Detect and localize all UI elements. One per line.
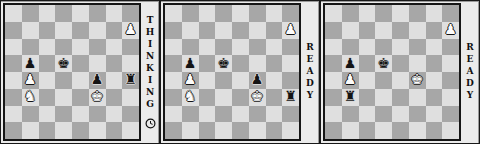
- square-g6[interactable]: [426, 39, 443, 56]
- white-pawn-piece: ♟: [184, 72, 197, 86]
- square-a2[interactable]: [325, 106, 342, 123]
- square-a7[interactable]: [165, 22, 182, 39]
- chess-board-3: ♟♟♚♟♚♜: [323, 3, 461, 141]
- square-c5[interactable]: [199, 55, 216, 72]
- square-h7[interactable]: ♟: [122, 22, 139, 39]
- square-a8[interactable]: [165, 5, 182, 22]
- square-b6[interactable]: [22, 39, 39, 56]
- square-c4[interactable]: [199, 72, 216, 89]
- square-a3[interactable]: [5, 89, 22, 106]
- square-a5[interactable]: [165, 55, 182, 72]
- black-pawn-piece: ♟: [91, 72, 104, 86]
- square-e7[interactable]: [392, 22, 409, 39]
- square-d8[interactable]: [375, 5, 392, 22]
- square-b7[interactable]: [22, 22, 39, 39]
- square-e4[interactable]: [232, 72, 249, 89]
- square-b2[interactable]: [22, 106, 39, 123]
- white-pawn-piece: ♟: [284, 22, 297, 36]
- square-g3[interactable]: [266, 89, 283, 106]
- square-f7[interactable]: [89, 22, 106, 39]
- status-strip-1: THINKING: [141, 1, 159, 143]
- square-f8[interactable]: [89, 5, 106, 22]
- square-d7[interactable]: [55, 22, 72, 39]
- square-e8[interactable]: [232, 5, 249, 22]
- square-g1[interactable]: [106, 122, 123, 139]
- square-g8[interactable]: [106, 5, 123, 22]
- square-g1[interactable]: [266, 122, 283, 139]
- square-c6[interactable]: [199, 39, 216, 56]
- square-g5[interactable]: [426, 55, 443, 72]
- square-b2[interactable]: [182, 106, 199, 123]
- square-e4[interactable]: [72, 72, 89, 89]
- status-label-1: THINKING: [145, 15, 155, 111]
- white-knight-piece: ♞: [184, 89, 197, 103]
- square-a4[interactable]: [5, 72, 22, 89]
- square-d5[interactable]: ♚: [215, 55, 232, 72]
- square-d3[interactable]: [55, 89, 72, 106]
- square-g7[interactable]: [106, 22, 123, 39]
- square-c3[interactable]: [359, 89, 376, 106]
- square-g6[interactable]: [266, 39, 283, 56]
- square-h2[interactable]: [442, 106, 459, 123]
- square-f4[interactable]: ♟: [89, 72, 106, 89]
- square-g7[interactable]: [426, 22, 443, 39]
- square-c8[interactable]: [359, 5, 376, 22]
- square-b4[interactable]: ♟: [342, 72, 359, 89]
- square-e2[interactable]: [72, 106, 89, 123]
- square-a6[interactable]: [325, 39, 342, 56]
- square-h3[interactable]: ♜: [282, 89, 299, 106]
- square-f1[interactable]: [409, 122, 426, 139]
- square-h6[interactable]: [282, 39, 299, 56]
- square-b6[interactable]: [342, 39, 359, 56]
- square-a3[interactable]: [165, 89, 182, 106]
- square-c3[interactable]: [199, 89, 216, 106]
- square-e6[interactable]: [72, 39, 89, 56]
- square-h3[interactable]: [122, 89, 139, 106]
- black-pawn-piece: ♟: [24, 56, 37, 70]
- black-rook-piece: ♜: [344, 89, 357, 103]
- square-h2[interactable]: [122, 106, 139, 123]
- square-d7[interactable]: [215, 22, 232, 39]
- square-g3[interactable]: [426, 89, 443, 106]
- square-d8[interactable]: [215, 5, 232, 22]
- square-g2[interactable]: [106, 106, 123, 123]
- square-c1[interactable]: [39, 122, 56, 139]
- square-f6[interactable]: [89, 39, 106, 56]
- square-b1[interactable]: [342, 122, 359, 139]
- square-c3[interactable]: [39, 89, 56, 106]
- square-d2[interactable]: [375, 106, 392, 123]
- square-g4[interactable]: [266, 72, 283, 89]
- square-f1[interactable]: [249, 122, 266, 139]
- square-d1[interactable]: [375, 122, 392, 139]
- square-h8[interactable]: [122, 5, 139, 22]
- square-b5[interactable]: ♟: [182, 55, 199, 72]
- square-f4[interactable]: ♟: [249, 72, 266, 89]
- square-a7[interactable]: [325, 22, 342, 39]
- square-d2[interactable]: [215, 106, 232, 123]
- square-c4[interactable]: [39, 72, 56, 89]
- square-g2[interactable]: [426, 106, 443, 123]
- square-d5[interactable]: ♚: [375, 55, 392, 72]
- black-pawn-piece: ♟: [184, 56, 197, 70]
- square-g4[interactable]: [106, 72, 123, 89]
- square-a2[interactable]: [165, 106, 182, 123]
- square-d6[interactable]: [55, 39, 72, 56]
- square-e5[interactable]: [232, 55, 249, 72]
- square-e7[interactable]: [72, 22, 89, 39]
- square-b5[interactable]: ♟: [342, 55, 359, 72]
- square-e5[interactable]: [72, 55, 89, 72]
- square-b1[interactable]: [182, 122, 199, 139]
- square-h6[interactable]: [442, 39, 459, 56]
- square-d2[interactable]: [55, 106, 72, 123]
- square-b4[interactable]: ♟: [22, 72, 39, 89]
- square-b8[interactable]: [182, 5, 199, 22]
- square-g5[interactable]: [106, 55, 123, 72]
- square-e3[interactable]: [232, 89, 249, 106]
- square-h4[interactable]: ♜: [122, 72, 139, 89]
- square-h5[interactable]: [282, 55, 299, 72]
- square-b1[interactable]: [22, 122, 39, 139]
- square-h4[interactable]: [442, 72, 459, 89]
- square-e2[interactable]: [232, 106, 249, 123]
- square-c2[interactable]: [39, 106, 56, 123]
- square-c8[interactable]: [199, 5, 216, 22]
- square-f5[interactable]: [89, 55, 106, 72]
- status-strip-3: READY: [461, 1, 479, 143]
- square-h3[interactable]: [442, 89, 459, 106]
- square-f6[interactable]: [249, 39, 266, 56]
- black-king-piece: ♚: [57, 56, 70, 70]
- square-b8[interactable]: [342, 5, 359, 22]
- square-f5[interactable]: [249, 55, 266, 72]
- status-label-2: READY: [305, 42, 315, 102]
- square-f4[interactable]: ♚: [409, 72, 426, 89]
- square-c6[interactable]: [39, 39, 56, 56]
- square-b3[interactable]: ♜: [342, 89, 359, 106]
- square-a8[interactable]: [5, 5, 22, 22]
- square-a2[interactable]: [5, 106, 22, 123]
- white-pawn-piece: ♟: [24, 72, 37, 86]
- square-h5[interactable]: [442, 55, 459, 72]
- square-d3[interactable]: [375, 89, 392, 106]
- chess-board-2: ♟♟♚♟♟♞♚♜: [163, 3, 301, 141]
- square-g5[interactable]: [266, 55, 283, 72]
- white-pawn-piece: ♟: [444, 22, 457, 36]
- chess-board-1: ♟♟♚♟♟♜♞♚: [3, 3, 141, 141]
- square-h7[interactable]: ♟: [282, 22, 299, 39]
- square-f2[interactable]: [409, 106, 426, 123]
- square-b5[interactable]: ♟: [22, 55, 39, 72]
- square-e3[interactable]: [72, 89, 89, 106]
- black-pawn-piece: ♟: [251, 72, 264, 86]
- square-c5[interactable]: [39, 55, 56, 72]
- black-pawn-piece: ♟: [344, 56, 357, 70]
- board-grid-2: ♟♟♚♟♟♞♚♜: [165, 5, 299, 139]
- square-f8[interactable]: [409, 5, 426, 22]
- square-d6[interactable]: [375, 39, 392, 56]
- status-label-3: READY: [465, 42, 475, 102]
- square-b6[interactable]: [182, 39, 199, 56]
- square-e2[interactable]: [392, 106, 409, 123]
- board-grid-1: ♟♟♚♟♟♜♞♚: [5, 5, 139, 139]
- square-c7[interactable]: [39, 22, 56, 39]
- square-f2[interactable]: [249, 106, 266, 123]
- square-g8[interactable]: [266, 5, 283, 22]
- chess-window-3: ♟♟♚♟♚♜ READY: [320, 0, 480, 144]
- square-g4[interactable]: [426, 72, 443, 89]
- square-c2[interactable]: [359, 106, 376, 123]
- square-a4[interactable]: [325, 72, 342, 89]
- square-a3[interactable]: [325, 89, 342, 106]
- square-h2[interactable]: [282, 106, 299, 123]
- square-b3[interactable]: ♞: [182, 89, 199, 106]
- square-c4[interactable]: [359, 72, 376, 89]
- square-e5[interactable]: [392, 55, 409, 72]
- black-rook-piece: ♜: [284, 89, 297, 103]
- square-h4[interactable]: [282, 72, 299, 89]
- square-d8[interactable]: [55, 5, 72, 22]
- square-c1[interactable]: [199, 122, 216, 139]
- square-c1[interactable]: [359, 122, 376, 139]
- square-d4[interactable]: [55, 72, 72, 89]
- status-strip-2: READY: [301, 1, 319, 143]
- square-e6[interactable]: [232, 39, 249, 56]
- square-b8[interactable]: [22, 5, 39, 22]
- square-h8[interactable]: [442, 5, 459, 22]
- square-c7[interactable]: [199, 22, 216, 39]
- square-d4[interactable]: [215, 72, 232, 89]
- square-c6[interactable]: [359, 39, 376, 56]
- square-f8[interactable]: [249, 5, 266, 22]
- white-king-piece: ♚: [411, 72, 424, 86]
- black-king-piece: ♚: [377, 56, 390, 70]
- square-a1[interactable]: [325, 122, 342, 139]
- square-h6[interactable]: [122, 39, 139, 56]
- square-g8[interactable]: [426, 5, 443, 22]
- black-king-piece: ♚: [217, 56, 230, 70]
- square-a7[interactable]: [5, 22, 22, 39]
- square-h1[interactable]: [282, 122, 299, 139]
- square-e6[interactable]: [392, 39, 409, 56]
- black-rook-piece: ♜: [124, 72, 137, 86]
- square-f1[interactable]: [89, 122, 106, 139]
- square-a1[interactable]: [5, 122, 22, 139]
- square-b3[interactable]: ♞: [22, 89, 39, 106]
- square-c7[interactable]: [359, 22, 376, 39]
- square-a5[interactable]: [325, 55, 342, 72]
- white-pawn-piece: ♟: [344, 72, 357, 86]
- square-f6[interactable]: [409, 39, 426, 56]
- square-c2[interactable]: [199, 106, 216, 123]
- square-f7[interactable]: [409, 22, 426, 39]
- square-f2[interactable]: [89, 106, 106, 123]
- square-d6[interactable]: [215, 39, 232, 56]
- clock-icon: [145, 118, 156, 129]
- square-e4[interactable]: [392, 72, 409, 89]
- chess-window-2: ♟♟♚♟♟♞♚♜ READY: [160, 0, 320, 144]
- square-b4[interactable]: ♟: [182, 72, 199, 89]
- square-e7[interactable]: [232, 22, 249, 39]
- square-d5[interactable]: ♚: [55, 55, 72, 72]
- square-g3[interactable]: [106, 89, 123, 106]
- square-e8[interactable]: [72, 5, 89, 22]
- square-f3[interactable]: [409, 89, 426, 106]
- square-e8[interactable]: [392, 5, 409, 22]
- board-grid-3: ♟♟♚♟♚♜: [325, 5, 459, 139]
- square-g1[interactable]: [426, 122, 443, 139]
- square-e1[interactable]: [72, 122, 89, 139]
- square-a6[interactable]: [5, 39, 22, 56]
- square-a6[interactable]: [165, 39, 182, 56]
- square-c5[interactable]: [359, 55, 376, 72]
- square-g2[interactable]: [266, 106, 283, 123]
- square-b2[interactable]: [342, 106, 359, 123]
- square-f3[interactable]: ♚: [249, 89, 266, 106]
- square-d3[interactable]: [215, 89, 232, 106]
- square-d1[interactable]: [215, 122, 232, 139]
- square-d7[interactable]: [375, 22, 392, 39]
- square-a1[interactable]: [165, 122, 182, 139]
- white-king-piece: ♚: [91, 89, 104, 103]
- square-e1[interactable]: [392, 122, 409, 139]
- white-king-piece: ♚: [251, 89, 264, 103]
- square-h5[interactable]: [122, 55, 139, 72]
- square-h8[interactable]: [282, 5, 299, 22]
- square-h7[interactable]: ♟: [442, 22, 459, 39]
- square-d4[interactable]: [375, 72, 392, 89]
- square-g6[interactable]: [106, 39, 123, 56]
- square-f7[interactable]: [249, 22, 266, 39]
- square-b7[interactable]: [182, 22, 199, 39]
- square-h1[interactable]: [122, 122, 139, 139]
- square-c8[interactable]: [39, 5, 56, 22]
- square-f5[interactable]: [409, 55, 426, 72]
- square-h1[interactable]: [442, 122, 459, 139]
- square-a4[interactable]: [165, 72, 182, 89]
- square-d1[interactable]: [55, 122, 72, 139]
- square-a5[interactable]: [5, 55, 22, 72]
- square-e3[interactable]: [392, 89, 409, 106]
- square-a8[interactable]: [325, 5, 342, 22]
- square-g7[interactable]: [266, 22, 283, 39]
- chess-window-1: ♟♟♚♟♟♜♞♚ THINKING: [0, 0, 160, 144]
- square-f3[interactable]: ♚: [89, 89, 106, 106]
- white-pawn-piece: ♟: [124, 22, 137, 36]
- square-b7[interactable]: [342, 22, 359, 39]
- white-knight-piece: ♞: [24, 89, 37, 103]
- square-e1[interactable]: [232, 122, 249, 139]
